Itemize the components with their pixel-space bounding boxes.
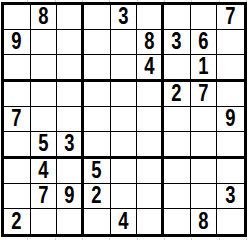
cell-r8c6[interactable]: [137, 184, 164, 209]
cell-r1c4[interactable]: [84, 5, 111, 30]
cell-r9c1[interactable]: 2: [4, 209, 31, 234]
given-digit: 2: [92, 184, 102, 208]
cell-r7c2[interactable]: 4: [31, 159, 58, 184]
given-digit: 7: [38, 184, 48, 208]
cell-r1c5[interactable]: 3: [111, 5, 138, 30]
cell-r6c1[interactable]: [4, 132, 31, 159]
cell-r1c2[interactable]: 8: [31, 5, 58, 30]
cell-r5c8[interactable]: [191, 107, 218, 132]
cell-r5c5[interactable]: [111, 107, 138, 132]
cell-r4c9[interactable]: [217, 82, 244, 107]
cell-r4c7[interactable]: 2: [164, 82, 191, 107]
cell-r1c3[interactable]: [57, 5, 84, 30]
cell-r5c6[interactable]: [137, 107, 164, 132]
cell-r9c6[interactable]: [137, 209, 164, 234]
cell-r6c2[interactable]: 5: [31, 132, 58, 159]
cell-r4c6[interactable]: [137, 82, 164, 107]
cell-r9c9[interactable]: [217, 209, 244, 234]
cell-r7c1[interactable]: [4, 159, 31, 184]
given-digit: 3: [172, 30, 182, 54]
given-digit: 8: [198, 210, 208, 234]
cell-r2c1[interactable]: 9: [4, 30, 31, 55]
given-digit: 8: [144, 30, 154, 54]
cell-r2c6[interactable]: 8: [137, 30, 164, 55]
given-digit: 9: [64, 184, 74, 208]
given-digit: 1: [198, 55, 208, 79]
given-digit: 3: [64, 132, 74, 156]
given-digit: 4: [38, 159, 48, 183]
cell-r5c3[interactable]: [57, 107, 84, 132]
cell-r1c1[interactable]: [4, 5, 31, 30]
cell-r6c3[interactable]: 3: [57, 132, 84, 159]
cell-r7c7[interactable]: [164, 159, 191, 184]
cell-r7c6[interactable]: [137, 159, 164, 184]
given-digit: 4: [118, 210, 128, 234]
given-digit: 2: [172, 82, 182, 106]
cell-r7c5[interactable]: [111, 159, 138, 184]
cell-r8c8[interactable]: [191, 184, 218, 209]
cell-r6c9[interactable]: [217, 132, 244, 159]
cell-r4c2[interactable]: [31, 82, 58, 107]
cell-r1c7[interactable]: [164, 5, 191, 30]
cell-r3c5[interactable]: [111, 55, 138, 82]
cell-r9c2[interactable]: [31, 209, 58, 234]
given-digit: 4: [144, 55, 154, 79]
given-digit: 9: [12, 30, 22, 54]
cell-r9c5[interactable]: 4: [111, 209, 138, 234]
cell-r7c8[interactable]: [191, 159, 218, 184]
cell-r5c7[interactable]: [164, 107, 191, 132]
cell-r2c8[interactable]: 6: [191, 30, 218, 55]
cell-r3c3[interactable]: [57, 55, 84, 82]
cell-r6c6[interactable]: [137, 132, 164, 159]
cell-r1c9[interactable]: 7: [217, 5, 244, 30]
cell-r4c1[interactable]: [4, 82, 31, 107]
cell-r4c5[interactable]: [111, 82, 138, 107]
cell-r4c4[interactable]: [84, 82, 111, 107]
given-digit: 2: [12, 210, 22, 234]
cell-r3c1[interactable]: [4, 55, 31, 82]
cell-r9c3[interactable]: [57, 209, 84, 234]
cell-r8c5[interactable]: [111, 184, 138, 209]
sudoku-board: 837983641277953457923248: [1, 2, 247, 237]
sudoku-page: 837983641277953457923248: [0, 0, 248, 240]
cell-r5c9[interactable]: 9: [217, 107, 244, 132]
cell-r4c3[interactable]: [57, 82, 84, 107]
cell-r3c2[interactable]: [31, 55, 58, 82]
given-digit: 3: [118, 5, 128, 29]
cell-r9c7[interactable]: [164, 209, 191, 234]
cell-r8c4[interactable]: 2: [84, 184, 111, 209]
given-digit: 8: [38, 5, 48, 29]
cell-r3c8[interactable]: 1: [191, 55, 218, 82]
cell-r5c1[interactable]: 7: [4, 107, 31, 132]
given-digit: 5: [92, 159, 102, 183]
cell-r2c7[interactable]: 3: [164, 30, 191, 55]
cell-r4c8[interactable]: 7: [191, 82, 218, 107]
cell-r1c6[interactable]: [137, 5, 164, 30]
cell-r9c4[interactable]: [84, 209, 111, 234]
cell-r3c9[interactable]: [217, 55, 244, 82]
given-digit: 6: [198, 30, 208, 54]
cell-r6c5[interactable]: [111, 132, 138, 159]
cell-r6c8[interactable]: [191, 132, 218, 159]
cell-r9c8[interactable]: 8: [191, 209, 218, 234]
cell-r8c2[interactable]: 7: [31, 184, 58, 209]
cell-r8c7[interactable]: [164, 184, 191, 209]
cell-r6c7[interactable]: [164, 132, 191, 159]
cell-r2c2[interactable]: [31, 30, 58, 55]
given-digit: 5: [38, 132, 48, 156]
cell-r3c7[interactable]: [164, 55, 191, 82]
cell-r8c9[interactable]: 3: [217, 184, 244, 209]
cell-r2c5[interactable]: [111, 30, 138, 55]
cell-r5c4[interactable]: [84, 107, 111, 132]
cell-r5c2[interactable]: [31, 107, 58, 132]
cell-r8c3[interactable]: 9: [57, 184, 84, 209]
given-digit: 7: [226, 5, 236, 29]
cell-r8c1[interactable]: [4, 184, 31, 209]
given-digit: 7: [12, 107, 22, 131]
cell-r3c6[interactable]: 4: [137, 55, 164, 82]
cell-r2c3[interactable]: [57, 30, 84, 55]
given-digit: 3: [226, 184, 236, 208]
cell-r7c3[interactable]: [57, 159, 84, 184]
cell-r1c8[interactable]: [191, 5, 218, 30]
cell-r2c9[interactable]: [217, 30, 244, 55]
given-digit: 9: [226, 107, 236, 131]
cell-r3c4[interactable]: [84, 55, 111, 82]
given-digit: 7: [198, 82, 208, 106]
cell-r2c4[interactable]: [84, 30, 111, 55]
cell-r7c4[interactable]: 5: [84, 159, 111, 184]
cell-r7c9[interactable]: [217, 159, 244, 184]
cell-r6c4[interactable]: [84, 132, 111, 159]
